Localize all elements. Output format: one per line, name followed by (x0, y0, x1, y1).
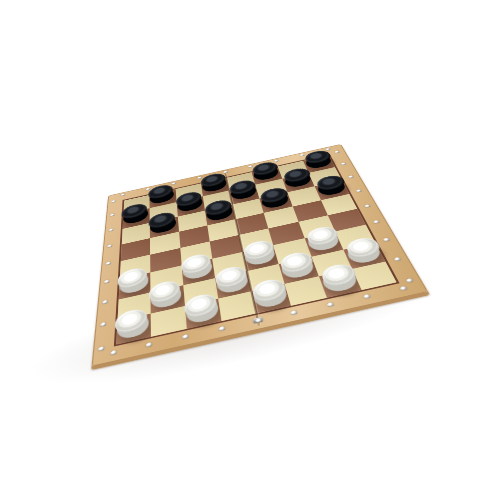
frame-screw-icon (107, 244, 112, 248)
frame-screw-icon (299, 154, 304, 157)
frame-screw-icon (102, 300, 108, 305)
frame-screw-icon (248, 165, 253, 168)
frame-screw-icon (274, 159, 279, 162)
frame-screw-icon (383, 238, 390, 242)
frame-screw-icon (348, 175, 354, 178)
frame-screw-icon (100, 322, 106, 327)
white-piece-c1[interactable]: ⛀ (186, 300, 220, 328)
frame-screw-icon (364, 204, 370, 208)
square-g1[interactable]: ⛀ (318, 269, 361, 298)
frame-screw-icon (105, 261, 110, 265)
frame-screw-icon (104, 280, 109, 284)
square-d6[interactable]: ⛂ (205, 204, 236, 225)
frame-screw-icon (182, 334, 188, 339)
frame-screw-icon (120, 193, 124, 196)
frame-screw-icon (327, 302, 334, 307)
frame-screw-icon (405, 278, 413, 283)
square-c1[interactable]: ⛀ (185, 299, 222, 329)
frame-screw-icon (325, 148, 330, 151)
frame-screw-icon (334, 150, 339, 153)
white-piece-a1[interactable]: ⛀ (118, 315, 150, 344)
frame-screw-icon (98, 346, 104, 351)
frame-screw-icon (373, 220, 380, 224)
frame-screw-icon (108, 228, 113, 232)
frame-screw-icon (111, 200, 115, 203)
square-a1[interactable]: ⛀ (116, 313, 151, 344)
frame-screw-icon (393, 257, 400, 262)
square-f1[interactable] (285, 276, 326, 305)
frame-screw-icon (223, 170, 228, 173)
frame-screw-icon (340, 162, 346, 165)
frame-screw-icon (110, 214, 115, 217)
frame-screw-icon (197, 176, 201, 179)
frame-screw-icon (355, 189, 361, 192)
frame-screw-icon (399, 286, 407, 291)
frame-screw-icon (363, 294, 371, 299)
product-photo-stage: ⛂⛂⛂⛂⛂⛂⛂⛂⛂⛂⛂⛂⛀⛀⛀⛀⛀⛀⛀⛀⛀⛀⛀⛀ (0, 0, 500, 500)
frame-screw-icon (291, 310, 298, 315)
frame-screw-icon (172, 182, 176, 185)
white-piece-c3[interactable]: ⛀ (183, 260, 214, 284)
frame-screw-icon (146, 342, 152, 347)
white-piece-e1[interactable]: ⛀ (253, 285, 290, 312)
square-e1[interactable]: ⛀ (251, 284, 291, 314)
frame-screw-icon (110, 350, 116, 356)
white-piece-g1[interactable]: ⛀ (320, 270, 360, 297)
frame-screw-icon (218, 326, 224, 331)
